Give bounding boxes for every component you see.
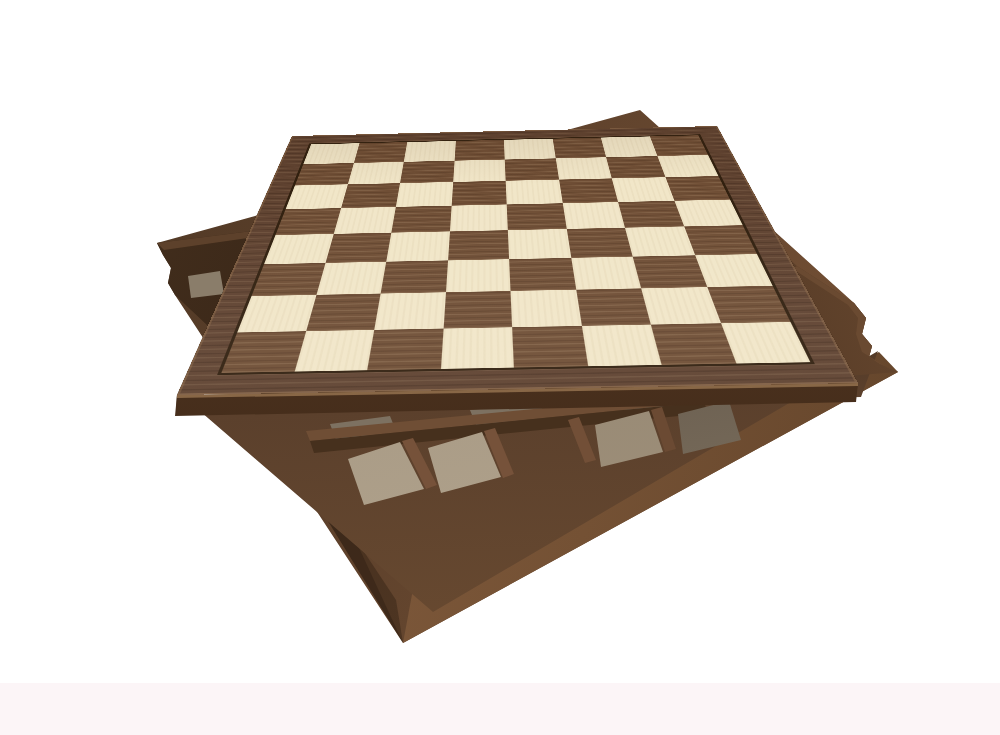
backdrop-bottom-band: [0, 683, 1000, 735]
square-e5: [507, 203, 567, 230]
square-h5: [674, 199, 743, 226]
square-b8: [354, 142, 408, 163]
square-g5: [618, 201, 684, 228]
square-a6: [286, 184, 348, 209]
square-h7: [657, 155, 718, 177]
square-c1: [367, 328, 443, 370]
square-c6: [396, 182, 453, 207]
square-b3: [316, 261, 386, 294]
square-f6: [559, 178, 618, 203]
product-photo-chessboard-on-storage-chest: [0, 0, 1000, 735]
square-e6: [506, 180, 563, 205]
square-f8: [552, 138, 606, 159]
square-g7: [606, 156, 665, 178]
square-f2: [576, 288, 651, 325]
square-g8: [601, 136, 657, 157]
chessboard: [177, 126, 858, 395]
square-e2: [511, 290, 582, 327]
square-d3: [445, 259, 510, 292]
square-a8: [303, 143, 359, 164]
square-b4: [325, 233, 391, 263]
square-a3: [252, 263, 326, 296]
square-f1: [581, 324, 661, 366]
square-e3: [509, 258, 576, 291]
square-d7: [453, 159, 506, 182]
square-h8: [650, 135, 708, 156]
square-g4: [625, 226, 695, 256]
square-e4: [508, 229, 571, 259]
square-b7: [347, 162, 403, 185]
square-e8: [504, 139, 555, 160]
square-b1: [294, 330, 374, 372]
square-a7: [295, 163, 354, 186]
square-d6: [451, 181, 506, 206]
square-b2: [306, 294, 381, 331]
square-c2: [374, 292, 445, 329]
square-d2: [443, 291, 512, 328]
square-g6: [612, 177, 674, 202]
square-a5: [275, 208, 340, 235]
square-a4: [264, 234, 333, 264]
square-e1: [512, 326, 588, 368]
square-d4: [448, 230, 510, 260]
square-e7: [505, 158, 559, 181]
square-b5: [333, 207, 396, 234]
square-f7: [555, 157, 611, 180]
square-f5: [562, 202, 625, 229]
square-h6: [665, 176, 730, 201]
square-d8: [454, 140, 505, 161]
square-a2: [237, 295, 316, 332]
square-c5: [391, 205, 451, 232]
square-a1: [221, 331, 305, 373]
square-c4: [386, 231, 449, 261]
square-d1: [440, 327, 513, 369]
square-f4: [566, 228, 632, 258]
square-c7: [400, 161, 454, 184]
square-d5: [449, 204, 507, 231]
square-c3: [381, 260, 448, 293]
square-c8: [404, 141, 456, 162]
square-b6: [341, 183, 400, 208]
square-f3: [571, 256, 641, 289]
